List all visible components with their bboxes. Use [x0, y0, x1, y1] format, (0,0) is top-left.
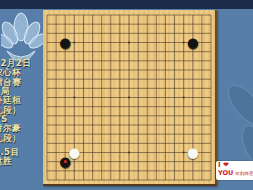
board-point[interactable]: [161, 47, 170, 56]
board-point[interactable]: [134, 129, 143, 138]
board-point[interactable]: [70, 139, 79, 148]
board-point[interactable]: [134, 10, 143, 19]
board-point[interactable]: [42, 38, 51, 47]
board-point[interactable]: [52, 102, 61, 111]
go-board[interactable]: ●●●●●: [43, 10, 217, 186]
board-point[interactable]: [170, 65, 179, 74]
board-point[interactable]: [70, 20, 79, 29]
board-point[interactable]: [143, 120, 152, 129]
board-point[interactable]: [42, 20, 51, 29]
board-point[interactable]: [161, 29, 170, 38]
board-point[interactable]: [79, 175, 88, 184]
board-point[interactable]: [179, 148, 188, 157]
board-point[interactable]: [115, 84, 124, 93]
board-point[interactable]: [197, 56, 206, 65]
board-point[interactable]: [206, 20, 215, 29]
board-point[interactable]: [61, 56, 70, 65]
board-point[interactable]: [97, 129, 106, 138]
board-point[interactable]: [124, 84, 133, 93]
board-point[interactable]: [52, 84, 61, 93]
board-point[interactable]: [152, 111, 161, 120]
board-point[interactable]: [170, 157, 179, 166]
board-point[interactable]: [88, 38, 97, 47]
board-point[interactable]: [70, 175, 79, 184]
board-point[interactable]: [61, 20, 70, 29]
board-point[interactable]: [88, 111, 97, 120]
board-point[interactable]: [61, 102, 70, 111]
board-point[interactable]: ●: [70, 148, 79, 157]
board-point[interactable]: [106, 10, 115, 19]
board-point[interactable]: [79, 93, 88, 102]
board-point[interactable]: [106, 84, 115, 93]
board-point[interactable]: [70, 111, 79, 120]
board-point[interactable]: [61, 29, 70, 38]
board-point[interactable]: [97, 93, 106, 102]
board-point[interactable]: [124, 139, 133, 148]
board-point[interactable]: [197, 47, 206, 56]
board-point[interactable]: [161, 102, 170, 111]
board-point[interactable]: [97, 175, 106, 184]
board-point[interactable]: [42, 175, 51, 184]
board-point[interactable]: [124, 120, 133, 129]
board-point[interactable]: [70, 120, 79, 129]
board-point[interactable]: [97, 47, 106, 56]
board-point[interactable]: [170, 166, 179, 175]
board-point[interactable]: [124, 47, 133, 56]
board-point[interactable]: [143, 148, 152, 157]
board-point[interactable]: [61, 47, 70, 56]
board-point[interactable]: [197, 175, 206, 184]
board-point[interactable]: [197, 93, 206, 102]
board-point[interactable]: [143, 129, 152, 138]
board-point[interactable]: [124, 75, 133, 84]
board-point[interactable]: [143, 84, 152, 93]
board-point[interactable]: [179, 175, 188, 184]
board-point[interactable]: [143, 47, 152, 56]
board-point[interactable]: [161, 84, 170, 93]
board-point[interactable]: [161, 129, 170, 138]
board-point[interactable]: [106, 175, 115, 184]
board-point[interactable]: [97, 29, 106, 38]
board-point[interactable]: [179, 129, 188, 138]
board-point[interactable]: [106, 102, 115, 111]
board-point[interactable]: [52, 38, 61, 47]
board-point[interactable]: [134, 157, 143, 166]
board-point[interactable]: [161, 65, 170, 74]
board-point[interactable]: [115, 139, 124, 148]
board-point[interactable]: [161, 111, 170, 120]
board-point[interactable]: [61, 75, 70, 84]
board-point[interactable]: [97, 102, 106, 111]
board-point[interactable]: [179, 47, 188, 56]
board-point[interactable]: [188, 166, 197, 175]
board-point[interactable]: [143, 93, 152, 102]
board-point[interactable]: [170, 175, 179, 184]
board-point[interactable]: [170, 148, 179, 157]
board-point[interactable]: [206, 93, 215, 102]
board-point[interactable]: [79, 47, 88, 56]
board-point[interactable]: [79, 75, 88, 84]
board-point[interactable]: [206, 111, 215, 120]
board-point[interactable]: [61, 120, 70, 129]
board-point[interactable]: [106, 166, 115, 175]
board-point[interactable]: [206, 75, 215, 84]
board-point[interactable]: [161, 148, 170, 157]
board-point[interactable]: [79, 148, 88, 157]
board-point[interactable]: [206, 166, 215, 175]
board-point[interactable]: [79, 166, 88, 175]
board-point[interactable]: [61, 148, 70, 157]
board-point[interactable]: [106, 93, 115, 102]
board-point[interactable]: [88, 65, 97, 74]
board-point[interactable]: [197, 139, 206, 148]
board-point[interactable]: [70, 47, 79, 56]
board-point[interactable]: [179, 139, 188, 148]
board-point[interactable]: [170, 93, 179, 102]
board-point[interactable]: [143, 166, 152, 175]
board-point[interactable]: [52, 10, 61, 19]
board-point[interactable]: [188, 120, 197, 129]
board-point[interactable]: [161, 175, 170, 184]
board-point[interactable]: [42, 166, 51, 175]
board-point[interactable]: [188, 139, 197, 148]
board-point[interactable]: [152, 75, 161, 84]
board-point[interactable]: [106, 148, 115, 157]
board-point[interactable]: [106, 20, 115, 29]
board-point[interactable]: [197, 120, 206, 129]
board-point[interactable]: [143, 20, 152, 29]
board-point[interactable]: [188, 10, 197, 19]
board-point[interactable]: [161, 10, 170, 19]
board-point[interactable]: [134, 65, 143, 74]
board-point[interactable]: [70, 129, 79, 138]
board-point[interactable]: [197, 111, 206, 120]
board-point[interactable]: [70, 102, 79, 111]
board-point[interactable]: [206, 38, 215, 47]
board-point[interactable]: [97, 139, 106, 148]
board-point[interactable]: [206, 56, 215, 65]
board-point[interactable]: [170, 84, 179, 93]
board-point[interactable]: [152, 38, 161, 47]
board-point[interactable]: [134, 139, 143, 148]
board-point[interactable]: [170, 10, 179, 19]
board-point[interactable]: [79, 20, 88, 29]
board-point[interactable]: [97, 56, 106, 65]
board-point[interactable]: [143, 10, 152, 19]
board-point[interactable]: [42, 10, 51, 19]
board-point[interactable]: [206, 148, 215, 157]
board-point[interactable]: ●: [61, 157, 70, 166]
board-point[interactable]: [188, 47, 197, 56]
board-point[interactable]: [152, 47, 161, 56]
board-point[interactable]: [52, 175, 61, 184]
board-point[interactable]: [97, 166, 106, 175]
board-point[interactable]: [52, 93, 61, 102]
board-point[interactable]: [97, 65, 106, 74]
board-point[interactable]: [188, 29, 197, 38]
board-point[interactable]: [52, 29, 61, 38]
board-point[interactable]: [161, 56, 170, 65]
board-point[interactable]: [134, 20, 143, 29]
board-point[interactable]: [52, 129, 61, 138]
board-point[interactable]: [179, 157, 188, 166]
board-point[interactable]: [124, 102, 133, 111]
board-point[interactable]: [79, 120, 88, 129]
board-point[interactable]: [188, 102, 197, 111]
board-point[interactable]: [170, 102, 179, 111]
board-point[interactable]: [188, 129, 197, 138]
board-point[interactable]: [52, 47, 61, 56]
board-point[interactable]: [115, 75, 124, 84]
board-point[interactable]: [124, 157, 133, 166]
board-point[interactable]: [197, 10, 206, 19]
board-point[interactable]: [79, 29, 88, 38]
board-point[interactable]: [97, 157, 106, 166]
board-point[interactable]: [115, 129, 124, 138]
board-point[interactable]: [124, 93, 133, 102]
board-point[interactable]: [79, 129, 88, 138]
board-point[interactable]: [79, 38, 88, 47]
board-point[interactable]: [170, 120, 179, 129]
board-point[interactable]: [79, 139, 88, 148]
board-point[interactable]: [106, 157, 115, 166]
board-point[interactable]: [70, 157, 79, 166]
board-point[interactable]: [179, 120, 188, 129]
board-point[interactable]: [188, 157, 197, 166]
board-point[interactable]: [206, 10, 215, 19]
board-point[interactable]: [106, 120, 115, 129]
board-point[interactable]: [124, 56, 133, 65]
board-point[interactable]: [115, 120, 124, 129]
board-point[interactable]: [88, 166, 97, 175]
board-point[interactable]: ●: [61, 38, 70, 47]
board-point[interactable]: [115, 65, 124, 74]
board-point[interactable]: [188, 175, 197, 184]
board-point[interactable]: [143, 139, 152, 148]
board-point[interactable]: [143, 175, 152, 184]
board-point[interactable]: [161, 139, 170, 148]
board-point[interactable]: [97, 38, 106, 47]
board-point[interactable]: [79, 84, 88, 93]
board-point[interactable]: [124, 65, 133, 74]
board-point[interactable]: [61, 129, 70, 138]
board-point[interactable]: [206, 139, 215, 148]
board-point[interactable]: [88, 148, 97, 157]
board-point[interactable]: [106, 111, 115, 120]
board-point[interactable]: [206, 129, 215, 138]
board-point[interactable]: [161, 93, 170, 102]
board-point[interactable]: [197, 84, 206, 93]
board-point[interactable]: [52, 111, 61, 120]
board-point[interactable]: ●: [188, 148, 197, 157]
board-point[interactable]: [88, 84, 97, 93]
board-point[interactable]: [143, 102, 152, 111]
board-point[interactable]: [197, 65, 206, 74]
board-point[interactable]: [70, 38, 79, 47]
board-point[interactable]: [179, 166, 188, 175]
board-point[interactable]: [161, 166, 170, 175]
board-point[interactable]: [188, 93, 197, 102]
board-point[interactable]: [152, 120, 161, 129]
board-point[interactable]: [170, 47, 179, 56]
board-point[interactable]: [79, 10, 88, 19]
board-point[interactable]: [115, 20, 124, 29]
board-point[interactable]: [197, 157, 206, 166]
board-point[interactable]: [143, 29, 152, 38]
board-point[interactable]: [152, 84, 161, 93]
board-point[interactable]: [88, 75, 97, 84]
board-point[interactable]: [179, 111, 188, 120]
board-point[interactable]: [106, 129, 115, 138]
board-point[interactable]: [115, 47, 124, 56]
board-point[interactable]: [61, 65, 70, 74]
board-point[interactable]: [115, 175, 124, 184]
board-point[interactable]: [143, 38, 152, 47]
board-point[interactable]: [152, 65, 161, 74]
board-point[interactable]: [197, 38, 206, 47]
board-point[interactable]: [134, 111, 143, 120]
board-point[interactable]: [115, 102, 124, 111]
board-point[interactable]: [124, 20, 133, 29]
board-point[interactable]: [152, 20, 161, 29]
board-point[interactable]: [88, 139, 97, 148]
board-point[interactable]: [115, 56, 124, 65]
board-point[interactable]: [97, 84, 106, 93]
board-point[interactable]: [52, 20, 61, 29]
board-point[interactable]: [106, 75, 115, 84]
board-point[interactable]: [115, 10, 124, 19]
board-point[interactable]: [61, 10, 70, 19]
board-point[interactable]: [134, 93, 143, 102]
board-point[interactable]: [88, 157, 97, 166]
board-point[interactable]: [42, 47, 51, 56]
board-point[interactable]: [115, 157, 124, 166]
board-point[interactable]: [188, 84, 197, 93]
board-point[interactable]: [197, 166, 206, 175]
board-point[interactable]: [61, 111, 70, 120]
board-point[interactable]: [179, 29, 188, 38]
board-point[interactable]: [115, 166, 124, 175]
board-point[interactable]: [161, 157, 170, 166]
board-point[interactable]: [134, 38, 143, 47]
board-point[interactable]: [115, 148, 124, 157]
board-point[interactable]: [70, 166, 79, 175]
board-point[interactable]: [79, 56, 88, 65]
board-point[interactable]: [61, 166, 70, 175]
board-point[interactable]: [152, 139, 161, 148]
board-point[interactable]: [188, 75, 197, 84]
board-point[interactable]: [88, 129, 97, 138]
board-point[interactable]: [106, 38, 115, 47]
board-point[interactable]: [70, 84, 79, 93]
board-point[interactable]: [124, 166, 133, 175]
board-point[interactable]: [170, 20, 179, 29]
board-point[interactable]: [61, 93, 70, 102]
board-point[interactable]: [97, 111, 106, 120]
board-point[interactable]: [170, 139, 179, 148]
board-point[interactable]: [106, 139, 115, 148]
board-point[interactable]: [70, 56, 79, 65]
board-point[interactable]: [88, 120, 97, 129]
board-point[interactable]: [97, 148, 106, 157]
board-point[interactable]: [206, 47, 215, 56]
board-point[interactable]: [143, 56, 152, 65]
board-point[interactable]: [124, 129, 133, 138]
board-point[interactable]: [179, 102, 188, 111]
board-point[interactable]: [206, 102, 215, 111]
board-point[interactable]: [52, 56, 61, 65]
board-point[interactable]: [88, 47, 97, 56]
board-point[interactable]: [170, 111, 179, 120]
board-point[interactable]: [52, 148, 61, 157]
board-point[interactable]: [152, 56, 161, 65]
board-point[interactable]: [88, 56, 97, 65]
board-point[interactable]: [197, 75, 206, 84]
board-point[interactable]: [124, 38, 133, 47]
board-point[interactable]: [197, 29, 206, 38]
board-point[interactable]: [88, 29, 97, 38]
board-point[interactable]: [152, 129, 161, 138]
board-point[interactable]: [179, 75, 188, 84]
board-point[interactable]: [161, 120, 170, 129]
board-point[interactable]: [197, 102, 206, 111]
board-point[interactable]: [179, 93, 188, 102]
board-point[interactable]: [206, 120, 215, 129]
board-point[interactable]: [61, 84, 70, 93]
board-point[interactable]: [42, 29, 51, 38]
board-point[interactable]: [134, 84, 143, 93]
board-point[interactable]: [179, 56, 188, 65]
board-point[interactable]: [206, 157, 215, 166]
board-point[interactable]: [152, 93, 161, 102]
board-point[interactable]: [88, 102, 97, 111]
board-point[interactable]: [79, 157, 88, 166]
board-point[interactable]: [97, 10, 106, 19]
board-point[interactable]: [161, 75, 170, 84]
board-point[interactable]: [70, 65, 79, 74]
board-point[interactable]: [170, 29, 179, 38]
board-point[interactable]: [170, 129, 179, 138]
board-point[interactable]: [152, 102, 161, 111]
board-point[interactable]: [134, 29, 143, 38]
board-point[interactable]: [188, 20, 197, 29]
board-point[interactable]: [179, 10, 188, 19]
board-point[interactable]: [106, 56, 115, 65]
board-point[interactable]: [88, 20, 97, 29]
board-point[interactable]: [134, 75, 143, 84]
board-point[interactable]: [170, 38, 179, 47]
board-point[interactable]: [152, 148, 161, 157]
board-point[interactable]: [197, 20, 206, 29]
board-point[interactable]: [52, 75, 61, 84]
board-point[interactable]: [124, 175, 133, 184]
board-point[interactable]: [70, 75, 79, 84]
board-point[interactable]: [124, 148, 133, 157]
board-point[interactable]: [161, 20, 170, 29]
board-point[interactable]: [170, 56, 179, 65]
board-point[interactable]: [197, 148, 206, 157]
board-point[interactable]: [52, 139, 61, 148]
board-point[interactable]: [134, 166, 143, 175]
board-point[interactable]: [97, 75, 106, 84]
board-point[interactable]: [206, 175, 215, 184]
board-point[interactable]: [79, 65, 88, 74]
board-point[interactable]: [170, 75, 179, 84]
board-point[interactable]: [197, 129, 206, 138]
board-point[interactable]: [134, 175, 143, 184]
board-point[interactable]: [88, 175, 97, 184]
board-point[interactable]: [52, 157, 61, 166]
